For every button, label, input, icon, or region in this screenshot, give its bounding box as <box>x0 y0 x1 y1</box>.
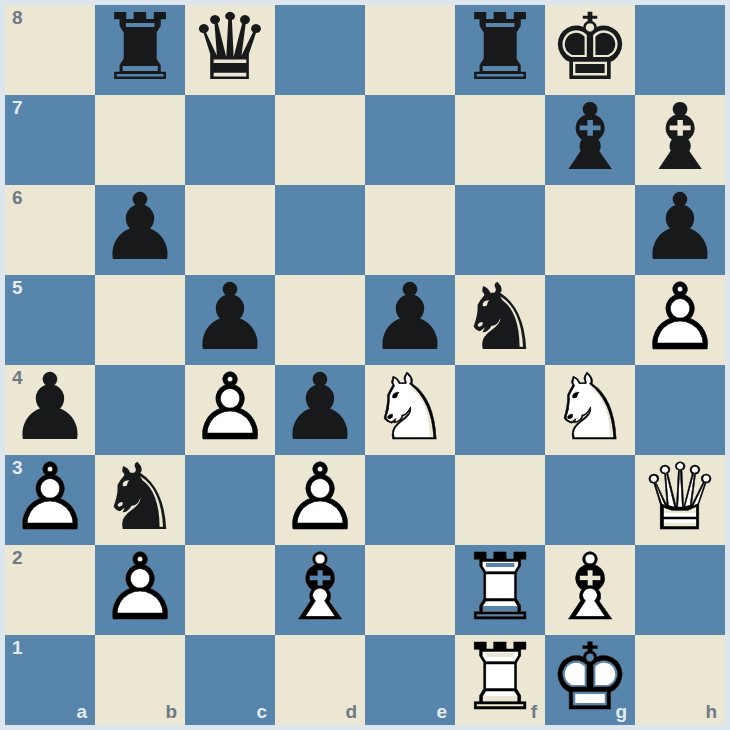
piece-outline-layer: ♖ <box>459 542 541 634</box>
piece-outline-layer: ♟ <box>99 182 181 274</box>
rank-label-7: 7 <box>12 98 23 117</box>
piece-fill-layer: ♜ <box>459 632 541 724</box>
file-label-c: c <box>256 702 267 721</box>
piece-black-king[interactable]: ♚ <box>545 5 635 95</box>
square-e6[interactable] <box>365 185 455 275</box>
square-b6[interactable]: ♟ <box>95 185 185 275</box>
piece-black-rook[interactable]: ♜ <box>455 5 545 95</box>
piece-white-pawn[interactable]: ♟♙ <box>5 455 95 545</box>
square-f8[interactable]: ♜ <box>455 5 545 95</box>
chess-board: 8♜♛♜♚7♝♝6♟♟5♟♟♞♟♙4♟♟♙♟♞♘♞♘3♟♙♞♟♙♛♕2♟♙♝♗♜… <box>5 5 725 725</box>
chess-board-frame: 8♜♛♜♚7♝♝6♟♟5♟♟♞♟♙4♟♟♙♟♞♘♞♘3♟♙♞♟♙♛♕2♟♙♝♗♜… <box>0 0 730 730</box>
piece-fill-layer: ♛ <box>639 452 721 544</box>
square-c5[interactable]: ♟ <box>185 275 275 365</box>
piece-black-pawn[interactable]: ♟ <box>5 365 95 455</box>
square-d4[interactable]: ♟ <box>275 365 365 455</box>
square-a8[interactable]: 8 <box>5 5 95 95</box>
rank-label-8: 8 <box>12 8 23 27</box>
piece-outline-layer: ♝ <box>639 92 721 184</box>
square-f5[interactable]: ♞ <box>455 275 545 365</box>
piece-black-pawn[interactable]: ♟ <box>185 275 275 365</box>
rank-label-5: 5 <box>12 278 23 297</box>
square-g6[interactable] <box>545 185 635 275</box>
piece-black-pawn[interactable]: ♟ <box>365 275 455 365</box>
rank-label-1: 1 <box>12 638 23 657</box>
file-label-h: h <box>705 702 717 721</box>
square-g8[interactable]: ♚ <box>545 5 635 95</box>
piece-outline-layer: ♙ <box>99 542 181 634</box>
piece-black-pawn[interactable]: ♟ <box>275 365 365 455</box>
square-c8[interactable]: ♛ <box>185 5 275 95</box>
piece-fill-layer: ♚ <box>549 632 631 724</box>
piece-fill-layer: ♝ <box>279 542 361 634</box>
piece-white-bishop[interactable]: ♝♗ <box>275 545 365 635</box>
piece-white-knight[interactable]: ♞♘ <box>365 365 455 455</box>
square-e8[interactable] <box>365 5 455 95</box>
square-d2[interactable]: ♝♗ <box>275 545 365 635</box>
square-f1[interactable]: f♜♖ <box>455 635 545 725</box>
square-c3[interactable] <box>185 455 275 545</box>
piece-fill-layer: ♟ <box>9 452 91 544</box>
piece-white-pawn[interactable]: ♟♙ <box>275 455 365 545</box>
square-f7[interactable] <box>455 95 545 185</box>
piece-outline-layer: ♕ <box>639 452 721 544</box>
piece-outline-layer: ♙ <box>639 272 721 364</box>
piece-fill-layer: ♝ <box>549 542 631 634</box>
square-a7[interactable]: 7 <box>5 95 95 185</box>
square-d8[interactable] <box>275 5 365 95</box>
piece-outline-layer: ♞ <box>459 272 541 364</box>
piece-fill-layer: ♟ <box>189 362 271 454</box>
piece-black-bishop[interactable]: ♝ <box>635 95 725 185</box>
piece-outline-layer: ♟ <box>279 362 361 454</box>
piece-white-rook[interactable]: ♜♖ <box>455 635 545 725</box>
square-a1[interactable]: 1a <box>5 635 95 725</box>
piece-outline-layer: ♚ <box>549 2 631 94</box>
piece-black-rook[interactable]: ♜ <box>95 5 185 95</box>
piece-fill-layer: ♟ <box>99 542 181 634</box>
rank-label-6: 6 <box>12 188 23 207</box>
piece-outline-layer: ♔ <box>549 632 631 724</box>
square-g5[interactable] <box>545 275 635 365</box>
piece-outline-layer: ♘ <box>369 362 451 454</box>
square-f6[interactable] <box>455 185 545 275</box>
square-e4[interactable]: ♞♘ <box>365 365 455 455</box>
file-label-e: e <box>436 702 447 721</box>
piece-white-rook[interactable]: ♜♖ <box>455 545 545 635</box>
piece-outline-layer: ♖ <box>459 632 541 724</box>
square-c1[interactable]: c <box>185 635 275 725</box>
square-b1[interactable]: b <box>95 635 185 725</box>
piece-black-bishop[interactable]: ♝ <box>545 95 635 185</box>
square-d7[interactable] <box>275 95 365 185</box>
piece-outline-layer: ♝ <box>549 92 631 184</box>
rank-label-2: 2 <box>12 548 23 567</box>
piece-white-pawn[interactable]: ♟♙ <box>635 275 725 365</box>
piece-outline-layer: ♗ <box>279 542 361 634</box>
piece-outline-layer: ♙ <box>279 452 361 544</box>
square-g7[interactable]: ♝ <box>545 95 635 185</box>
piece-white-queen[interactable]: ♛♕ <box>635 455 725 545</box>
square-h5[interactable]: ♟♙ <box>635 275 725 365</box>
piece-black-pawn[interactable]: ♟ <box>635 185 725 275</box>
piece-black-queen[interactable]: ♛ <box>185 5 275 95</box>
square-a6[interactable]: 6 <box>5 185 95 275</box>
piece-black-knight[interactable]: ♞ <box>455 275 545 365</box>
piece-fill-layer: ♜ <box>459 542 541 634</box>
piece-white-king[interactable]: ♚♔ <box>545 635 635 725</box>
square-d1[interactable]: d <box>275 635 365 725</box>
piece-fill-layer: ♟ <box>639 272 721 364</box>
square-b7[interactable] <box>95 95 185 185</box>
file-label-d: d <box>345 702 357 721</box>
square-b5[interactable] <box>95 275 185 365</box>
piece-outline-layer: ♙ <box>9 452 91 544</box>
square-a4[interactable]: 4♟ <box>5 365 95 455</box>
piece-outline-layer: ♙ <box>189 362 271 454</box>
square-b4[interactable] <box>95 365 185 455</box>
piece-white-pawn[interactable]: ♟♙ <box>95 545 185 635</box>
square-g4[interactable]: ♞♘ <box>545 365 635 455</box>
square-a3[interactable]: 3♟♙ <box>5 455 95 545</box>
square-e1[interactable]: e <box>365 635 455 725</box>
square-f2[interactable]: ♜♖ <box>455 545 545 635</box>
square-f3[interactable] <box>455 455 545 545</box>
square-c4[interactable]: ♟♙ <box>185 365 275 455</box>
square-c6[interactable] <box>185 185 275 275</box>
piece-white-pawn[interactable]: ♟♙ <box>185 365 275 455</box>
piece-outline-layer: ♜ <box>99 2 181 94</box>
piece-white-knight[interactable]: ♞♘ <box>545 365 635 455</box>
square-a2[interactable]: 2 <box>5 545 95 635</box>
square-c7[interactable] <box>185 95 275 185</box>
square-g2[interactable]: ♝♗ <box>545 545 635 635</box>
square-b3[interactable]: ♞ <box>95 455 185 545</box>
piece-black-knight[interactable]: ♞ <box>95 455 185 545</box>
square-h4[interactable] <box>635 365 725 455</box>
square-b2[interactable]: ♟♙ <box>95 545 185 635</box>
square-c2[interactable] <box>185 545 275 635</box>
square-h2[interactable] <box>635 545 725 635</box>
piece-outline-layer: ♟ <box>639 182 721 274</box>
square-b8[interactable]: ♜ <box>95 5 185 95</box>
square-f4[interactable] <box>455 365 545 455</box>
piece-outline-layer: ♞ <box>99 452 181 544</box>
piece-black-pawn[interactable]: ♟ <box>95 185 185 275</box>
square-e2[interactable] <box>365 545 455 635</box>
square-h7[interactable]: ♝ <box>635 95 725 185</box>
file-label-b: b <box>165 702 177 721</box>
square-a5[interactable]: 5 <box>5 275 95 365</box>
piece-outline-layer: ♘ <box>549 362 631 454</box>
piece-white-bishop[interactable]: ♝♗ <box>545 545 635 635</box>
square-h6[interactable]: ♟ <box>635 185 725 275</box>
square-h1[interactable]: h <box>635 635 725 725</box>
square-h3[interactable]: ♛♕ <box>635 455 725 545</box>
piece-outline-layer: ♟ <box>9 362 91 454</box>
piece-fill-layer: ♞ <box>369 362 451 454</box>
square-e5[interactable]: ♟ <box>365 275 455 365</box>
piece-outline-layer: ♟ <box>369 272 451 364</box>
piece-fill-layer: ♞ <box>549 362 631 454</box>
piece-outline-layer: ♛ <box>189 2 271 94</box>
square-e3[interactable] <box>365 455 455 545</box>
square-g3[interactable] <box>545 455 635 545</box>
square-g1[interactable]: g♚♔ <box>545 635 635 725</box>
square-e7[interactable] <box>365 95 455 185</box>
square-d3[interactable]: ♟♙ <box>275 455 365 545</box>
file-label-a: a <box>76 702 87 721</box>
square-h8[interactable] <box>635 5 725 95</box>
square-d5[interactable] <box>275 275 365 365</box>
piece-outline-layer: ♟ <box>189 272 271 364</box>
piece-fill-layer: ♟ <box>279 452 361 544</box>
piece-outline-layer: ♜ <box>459 2 541 94</box>
piece-outline-layer: ♗ <box>549 542 631 634</box>
square-d6[interactable] <box>275 185 365 275</box>
